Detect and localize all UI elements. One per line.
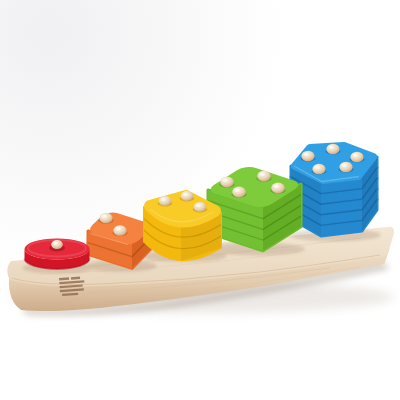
peg-dome xyxy=(194,202,207,212)
peg-highlight xyxy=(53,242,58,245)
peg-highlight xyxy=(260,172,265,176)
peg-dome xyxy=(51,240,63,249)
toy-photo-canvas xyxy=(0,0,400,400)
peg-dome xyxy=(232,187,246,198)
peg-highlight xyxy=(196,204,201,207)
peg-highlight xyxy=(116,227,121,231)
peg-highlight xyxy=(329,146,334,150)
peg-highlight xyxy=(315,166,320,170)
peg-highlight xyxy=(235,188,240,192)
peg-dome xyxy=(339,162,352,172)
peg-dome xyxy=(99,213,112,224)
peg-highlight xyxy=(183,193,188,196)
stack-1-red-circle xyxy=(25,239,90,270)
peg-dome xyxy=(312,164,325,174)
peg-highlight xyxy=(223,178,228,182)
peg-highlight xyxy=(102,215,107,219)
peg-dome xyxy=(181,191,194,201)
peg-highlight xyxy=(342,164,347,168)
peg-dome xyxy=(326,144,339,154)
stack-3-yellow-triangle xyxy=(144,191,221,261)
peg-highlight xyxy=(161,198,166,201)
peg-highlight xyxy=(304,153,309,157)
stack-5-blue-hexagon xyxy=(291,144,377,236)
peg-dome xyxy=(350,152,363,162)
peg-dome xyxy=(271,183,285,194)
peg-dome xyxy=(301,151,314,161)
peg-dome xyxy=(257,171,271,182)
peg-dome xyxy=(220,177,234,188)
red-peg xyxy=(51,240,63,249)
product-photo xyxy=(0,0,400,400)
peg-dome xyxy=(159,196,172,206)
peg-dome xyxy=(113,225,126,236)
peg-highlight xyxy=(353,154,358,158)
peg-highlight xyxy=(274,184,279,188)
